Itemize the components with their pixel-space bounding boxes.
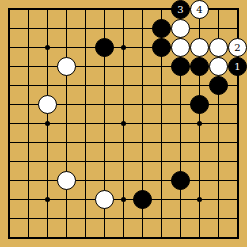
star-point bbox=[121, 197, 126, 202]
intersection[interactable] bbox=[209, 152, 228, 171]
intersection[interactable] bbox=[95, 152, 114, 171]
intersection[interactable] bbox=[95, 114, 114, 133]
star-point bbox=[45, 197, 50, 202]
intersection[interactable] bbox=[190, 76, 209, 95]
intersection[interactable] bbox=[76, 209, 95, 228]
intersection[interactable] bbox=[133, 57, 152, 76]
intersection[interactable] bbox=[0, 57, 19, 76]
intersection[interactable] bbox=[76, 95, 95, 114]
intersection[interactable] bbox=[95, 19, 114, 38]
intersection[interactable]: 2 bbox=[228, 38, 247, 57]
intersection[interactable] bbox=[114, 19, 133, 38]
intersection[interactable] bbox=[152, 76, 171, 95]
intersection[interactable] bbox=[76, 57, 95, 76]
intersection[interactable] bbox=[228, 114, 247, 133]
intersection[interactable] bbox=[76, 171, 95, 190]
intersection[interactable] bbox=[76, 0, 95, 19]
intersection[interactable] bbox=[38, 190, 57, 209]
intersection[interactable] bbox=[19, 57, 38, 76]
intersection[interactable] bbox=[38, 114, 57, 133]
intersection[interactable] bbox=[133, 133, 152, 152]
white-stone bbox=[57, 57, 76, 76]
intersection[interactable] bbox=[209, 209, 228, 228]
intersection[interactable] bbox=[114, 133, 133, 152]
intersection[interactable] bbox=[171, 95, 190, 114]
intersection[interactable] bbox=[152, 152, 171, 171]
black-stone bbox=[152, 38, 171, 57]
intersection[interactable] bbox=[19, 171, 38, 190]
intersection[interactable] bbox=[152, 133, 171, 152]
intersection[interactable] bbox=[19, 209, 38, 228]
black-stone bbox=[171, 171, 190, 190]
intersection[interactable] bbox=[95, 95, 114, 114]
intersection[interactable] bbox=[57, 57, 76, 76]
intersection[interactable] bbox=[228, 228, 247, 247]
intersection[interactable] bbox=[190, 57, 209, 76]
intersection[interactable] bbox=[209, 19, 228, 38]
intersection[interactable] bbox=[228, 171, 247, 190]
intersection[interactable] bbox=[152, 57, 171, 76]
intersection[interactable] bbox=[95, 209, 114, 228]
intersection[interactable] bbox=[228, 19, 247, 38]
intersection[interactable] bbox=[190, 38, 209, 57]
intersection[interactable] bbox=[152, 171, 171, 190]
intersection[interactable] bbox=[171, 209, 190, 228]
intersection[interactable] bbox=[152, 95, 171, 114]
intersection[interactable] bbox=[133, 114, 152, 133]
intersection[interactable] bbox=[57, 19, 76, 38]
intersection[interactable] bbox=[228, 133, 247, 152]
intersection[interactable] bbox=[0, 152, 19, 171]
intersection[interactable] bbox=[171, 171, 190, 190]
intersection[interactable] bbox=[190, 19, 209, 38]
intersection[interactable] bbox=[171, 76, 190, 95]
intersection[interactable] bbox=[95, 228, 114, 247]
intersection[interactable] bbox=[171, 133, 190, 152]
intersection[interactable] bbox=[209, 95, 228, 114]
intersection[interactable] bbox=[19, 95, 38, 114]
intersection[interactable] bbox=[114, 95, 133, 114]
intersection[interactable] bbox=[209, 228, 228, 247]
intersection[interactable] bbox=[38, 0, 57, 19]
intersection[interactable] bbox=[171, 57, 190, 76]
star-point bbox=[197, 197, 202, 202]
intersection[interactable] bbox=[190, 152, 209, 171]
intersection[interactable] bbox=[171, 228, 190, 247]
intersection[interactable] bbox=[95, 38, 114, 57]
intersection[interactable] bbox=[57, 133, 76, 152]
white-stone bbox=[190, 38, 209, 57]
intersection[interactable] bbox=[228, 76, 247, 95]
intersection[interactable] bbox=[171, 152, 190, 171]
intersection[interactable] bbox=[171, 114, 190, 133]
intersection[interactable] bbox=[0, 38, 19, 57]
intersection[interactable] bbox=[171, 38, 190, 57]
intersection[interactable] bbox=[0, 228, 19, 247]
white-stone bbox=[57, 171, 76, 190]
intersection[interactable] bbox=[133, 95, 152, 114]
white-stone bbox=[38, 95, 57, 114]
black-stone bbox=[133, 190, 152, 209]
white-stone bbox=[171, 19, 190, 38]
intersection[interactable] bbox=[19, 19, 38, 38]
intersection[interactable] bbox=[0, 209, 19, 228]
intersection[interactable] bbox=[19, 228, 38, 247]
intersection[interactable] bbox=[95, 76, 114, 95]
intersection[interactable] bbox=[57, 95, 76, 114]
intersection[interactable] bbox=[114, 76, 133, 95]
intersection[interactable] bbox=[228, 209, 247, 228]
intersection[interactable] bbox=[38, 38, 57, 57]
intersection[interactable] bbox=[152, 38, 171, 57]
intersection[interactable] bbox=[57, 209, 76, 228]
intersection[interactable] bbox=[133, 209, 152, 228]
intersection[interactable] bbox=[76, 190, 95, 209]
intersection[interactable] bbox=[228, 0, 247, 19]
intersection[interactable] bbox=[190, 209, 209, 228]
intersection[interactable] bbox=[19, 190, 38, 209]
intersection[interactable] bbox=[133, 171, 152, 190]
black-stone bbox=[190, 57, 209, 76]
black-stone-move-3: 3 bbox=[171, 0, 190, 19]
star-point bbox=[121, 121, 126, 126]
intersection[interactable] bbox=[76, 114, 95, 133]
intersection[interactable] bbox=[114, 38, 133, 57]
intersection[interactable] bbox=[57, 114, 76, 133]
intersection[interactable]: 1 bbox=[228, 57, 247, 76]
intersection[interactable] bbox=[19, 38, 38, 57]
intersection[interactable] bbox=[38, 19, 57, 38]
black-stone bbox=[190, 95, 209, 114]
intersection[interactable] bbox=[133, 152, 152, 171]
intersection[interactable] bbox=[19, 152, 38, 171]
intersection[interactable] bbox=[76, 19, 95, 38]
intersection[interactable] bbox=[0, 95, 19, 114]
intersection[interactable] bbox=[38, 152, 57, 171]
black-stone bbox=[171, 57, 190, 76]
intersection[interactable] bbox=[209, 190, 228, 209]
intersection[interactable] bbox=[38, 76, 57, 95]
black-stone bbox=[152, 19, 171, 38]
intersection[interactable] bbox=[190, 171, 209, 190]
intersection[interactable] bbox=[133, 38, 152, 57]
intersection[interactable] bbox=[57, 0, 76, 19]
intersection[interactable] bbox=[209, 76, 228, 95]
intersection[interactable] bbox=[228, 152, 247, 171]
intersection[interactable] bbox=[38, 228, 57, 247]
intersection[interactable] bbox=[190, 228, 209, 247]
board-grid: 3421 bbox=[0, 0, 247, 247]
intersection[interactable] bbox=[19, 114, 38, 133]
intersection[interactable] bbox=[38, 95, 57, 114]
black-stone-move-1: 1 bbox=[228, 57, 247, 76]
star-point bbox=[121, 45, 126, 50]
intersection[interactable] bbox=[95, 171, 114, 190]
intersection[interactable] bbox=[152, 114, 171, 133]
intersection[interactable] bbox=[190, 114, 209, 133]
intersection[interactable]: 3 bbox=[171, 0, 190, 19]
intersection[interactable] bbox=[209, 114, 228, 133]
intersection[interactable] bbox=[0, 19, 19, 38]
intersection[interactable]: 4 bbox=[190, 0, 209, 19]
intersection[interactable] bbox=[114, 57, 133, 76]
intersection[interactable] bbox=[76, 76, 95, 95]
black-stone bbox=[95, 38, 114, 57]
intersection[interactable] bbox=[133, 190, 152, 209]
white-stone bbox=[209, 57, 228, 76]
intersection[interactable] bbox=[152, 228, 171, 247]
intersection[interactable] bbox=[190, 95, 209, 114]
intersection[interactable] bbox=[76, 152, 95, 171]
intersection[interactable] bbox=[0, 190, 19, 209]
intersection[interactable] bbox=[209, 0, 228, 19]
intersection[interactable] bbox=[95, 190, 114, 209]
intersection[interactable] bbox=[38, 171, 57, 190]
intersection[interactable] bbox=[171, 190, 190, 209]
intersection[interactable] bbox=[57, 76, 76, 95]
intersection[interactable] bbox=[114, 0, 133, 19]
intersection[interactable] bbox=[152, 0, 171, 19]
intersection[interactable] bbox=[209, 171, 228, 190]
intersection[interactable] bbox=[228, 190, 247, 209]
intersection[interactable] bbox=[95, 133, 114, 152]
white-stone-move-2: 2 bbox=[228, 38, 247, 57]
intersection[interactable] bbox=[38, 209, 57, 228]
intersection[interactable] bbox=[114, 209, 133, 228]
intersection[interactable] bbox=[95, 57, 114, 76]
intersection[interactable] bbox=[133, 228, 152, 247]
intersection[interactable] bbox=[171, 19, 190, 38]
star-point bbox=[45, 45, 50, 50]
intersection[interactable] bbox=[19, 133, 38, 152]
white-stone bbox=[171, 38, 190, 57]
intersection[interactable] bbox=[209, 133, 228, 152]
intersection[interactable] bbox=[209, 57, 228, 76]
intersection[interactable] bbox=[76, 38, 95, 57]
intersection[interactable] bbox=[152, 209, 171, 228]
intersection[interactable] bbox=[152, 19, 171, 38]
intersection[interactable] bbox=[114, 114, 133, 133]
intersection[interactable] bbox=[57, 171, 76, 190]
star-point bbox=[45, 121, 50, 126]
intersection[interactable] bbox=[0, 76, 19, 95]
intersection[interactable] bbox=[57, 152, 76, 171]
intersection[interactable] bbox=[0, 0, 19, 19]
intersection[interactable] bbox=[57, 190, 76, 209]
intersection[interactable] bbox=[133, 0, 152, 19]
intersection[interactable] bbox=[190, 190, 209, 209]
black-stone bbox=[209, 76, 228, 95]
intersection[interactable] bbox=[19, 0, 38, 19]
intersection[interactable] bbox=[114, 171, 133, 190]
intersection[interactable] bbox=[0, 133, 19, 152]
intersection[interactable] bbox=[133, 76, 152, 95]
intersection[interactable] bbox=[76, 228, 95, 247]
intersection[interactable] bbox=[0, 171, 19, 190]
intersection[interactable] bbox=[38, 57, 57, 76]
intersection[interactable] bbox=[76, 133, 95, 152]
intersection[interactable] bbox=[57, 38, 76, 57]
star-point bbox=[197, 121, 202, 126]
intersection[interactable] bbox=[190, 133, 209, 152]
intersection[interactable] bbox=[209, 38, 228, 57]
intersection[interactable] bbox=[133, 19, 152, 38]
intersection[interactable] bbox=[57, 228, 76, 247]
white-stone bbox=[209, 38, 228, 57]
intersection[interactable] bbox=[114, 190, 133, 209]
white-stone bbox=[95, 190, 114, 209]
intersection[interactable] bbox=[38, 133, 57, 152]
intersection[interactable] bbox=[95, 0, 114, 19]
intersection[interactable] bbox=[114, 152, 133, 171]
white-stone-move-4: 4 bbox=[190, 0, 209, 19]
go-board: 3421 bbox=[0, 0, 247, 247]
intersection[interactable] bbox=[152, 190, 171, 209]
intersection[interactable] bbox=[114, 228, 133, 247]
intersection[interactable] bbox=[19, 76, 38, 95]
intersection[interactable] bbox=[228, 95, 247, 114]
intersection[interactable] bbox=[0, 114, 19, 133]
